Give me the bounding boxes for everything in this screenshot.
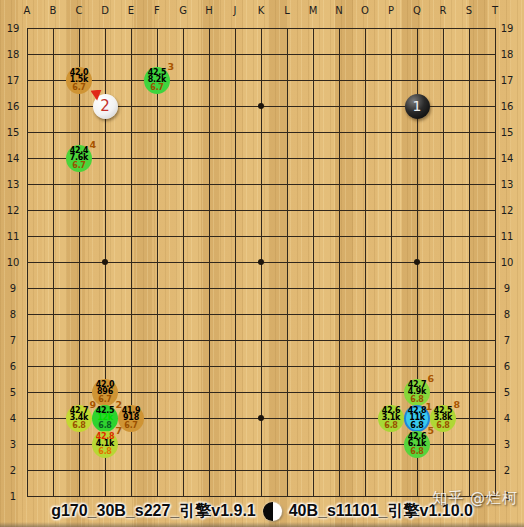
- star-point: [258, 259, 264, 265]
- analysis-circle[interactable]: 42.73.4k6.89: [66, 405, 92, 432]
- analysis-move-c4[interactable]: 42.73.4k6.89: [66, 405, 92, 431]
- analysis-rank: 8: [453, 399, 460, 410]
- board-intersection-q16: 1: [404, 93, 430, 119]
- analysis-value: 6.8: [98, 422, 111, 429]
- analysis-circle[interactable]: 42.66.1k6.85: [404, 431, 430, 458]
- star-point: [102, 259, 108, 265]
- star-point: [258, 103, 264, 109]
- star-point-cell: [92, 249, 118, 275]
- analysis-value: 6.8: [410, 422, 423, 429]
- analysis-value: 6.7: [124, 422, 137, 429]
- black-stone: 1: [405, 94, 430, 119]
- analysis-value: 6.7: [72, 84, 85, 91]
- analysis-move-f17[interactable]: 42.58.2k6.73: [144, 67, 170, 93]
- go-analysis-board: ABCDEFGHJKLMNOPQRST 19181716151413121110…: [0, 0, 524, 527]
- move-number-label: 2: [100, 99, 110, 113]
- analysis-value: 6.8: [98, 448, 111, 455]
- analysis-move-d3[interactable]: 42.84.1k6.87: [92, 431, 118, 457]
- analysis-circle[interactable]: 42.47.6k6.74: [66, 145, 92, 172]
- analysis-rank: 7: [115, 425, 122, 436]
- star-point-cell: [248, 249, 274, 275]
- analysis-value: 6.8: [410, 448, 423, 455]
- analysis-value: 6.7: [98, 396, 111, 403]
- analysis-circle[interactable]: 42.63.1k6.8: [378, 405, 404, 432]
- star-point-cell: [404, 249, 430, 275]
- analysis-move-p4[interactable]: 42.63.1k6.8: [378, 405, 404, 431]
- analysis-circle[interactable]: 42.811k6.81: [404, 405, 430, 432]
- star-point-cell: [248, 405, 274, 431]
- goban[interactable]: 1242.01.5k6.742.58.2k6.7342.47.6k6.7442.…: [14, 15, 508, 509]
- board-intersection-d16: 2: [92, 93, 118, 119]
- analysis-value: 6.8: [410, 396, 423, 403]
- analysis-circle[interactable]: 42.58.2k6.73: [144, 67, 170, 94]
- analysis-rank: 3: [167, 61, 174, 72]
- white-stone: 2: [93, 94, 118, 119]
- analysis-rank: 5: [427, 425, 434, 436]
- analysis-value: 6.7: [72, 162, 85, 169]
- analysis-rank: 6: [427, 373, 434, 384]
- analysis-value: 6.8: [436, 422, 449, 429]
- analysis-value: 6.7: [150, 84, 163, 91]
- analysis-rank: 4: [89, 139, 96, 150]
- analysis-move-d4[interactable]: 42.512k6.82: [92, 405, 118, 431]
- star-point-cell: [248, 93, 274, 119]
- analysis-circle[interactable]: 42.84.1k6.87: [92, 431, 118, 458]
- board-bottom-edge: [0, 522, 524, 527]
- analysis-move-c14[interactable]: 42.47.6k6.74: [66, 145, 92, 171]
- analysis-move-c17[interactable]: 42.01.5k6.7: [66, 67, 92, 93]
- analysis-move-q4[interactable]: 42.811k6.81: [404, 405, 430, 431]
- analysis-circle[interactable]: 42.01.5k6.7: [66, 67, 92, 94]
- analysis-move-q3[interactable]: 42.66.1k6.85: [404, 431, 430, 457]
- analysis-value: 6.8: [384, 422, 397, 429]
- move-number-label: 1: [413, 99, 422, 113]
- star-point: [414, 259, 420, 265]
- analysis-value: 6.8: [72, 422, 85, 429]
- analysis-circle[interactable]: 42.512k6.82: [92, 405, 118, 432]
- star-point: [258, 415, 264, 421]
